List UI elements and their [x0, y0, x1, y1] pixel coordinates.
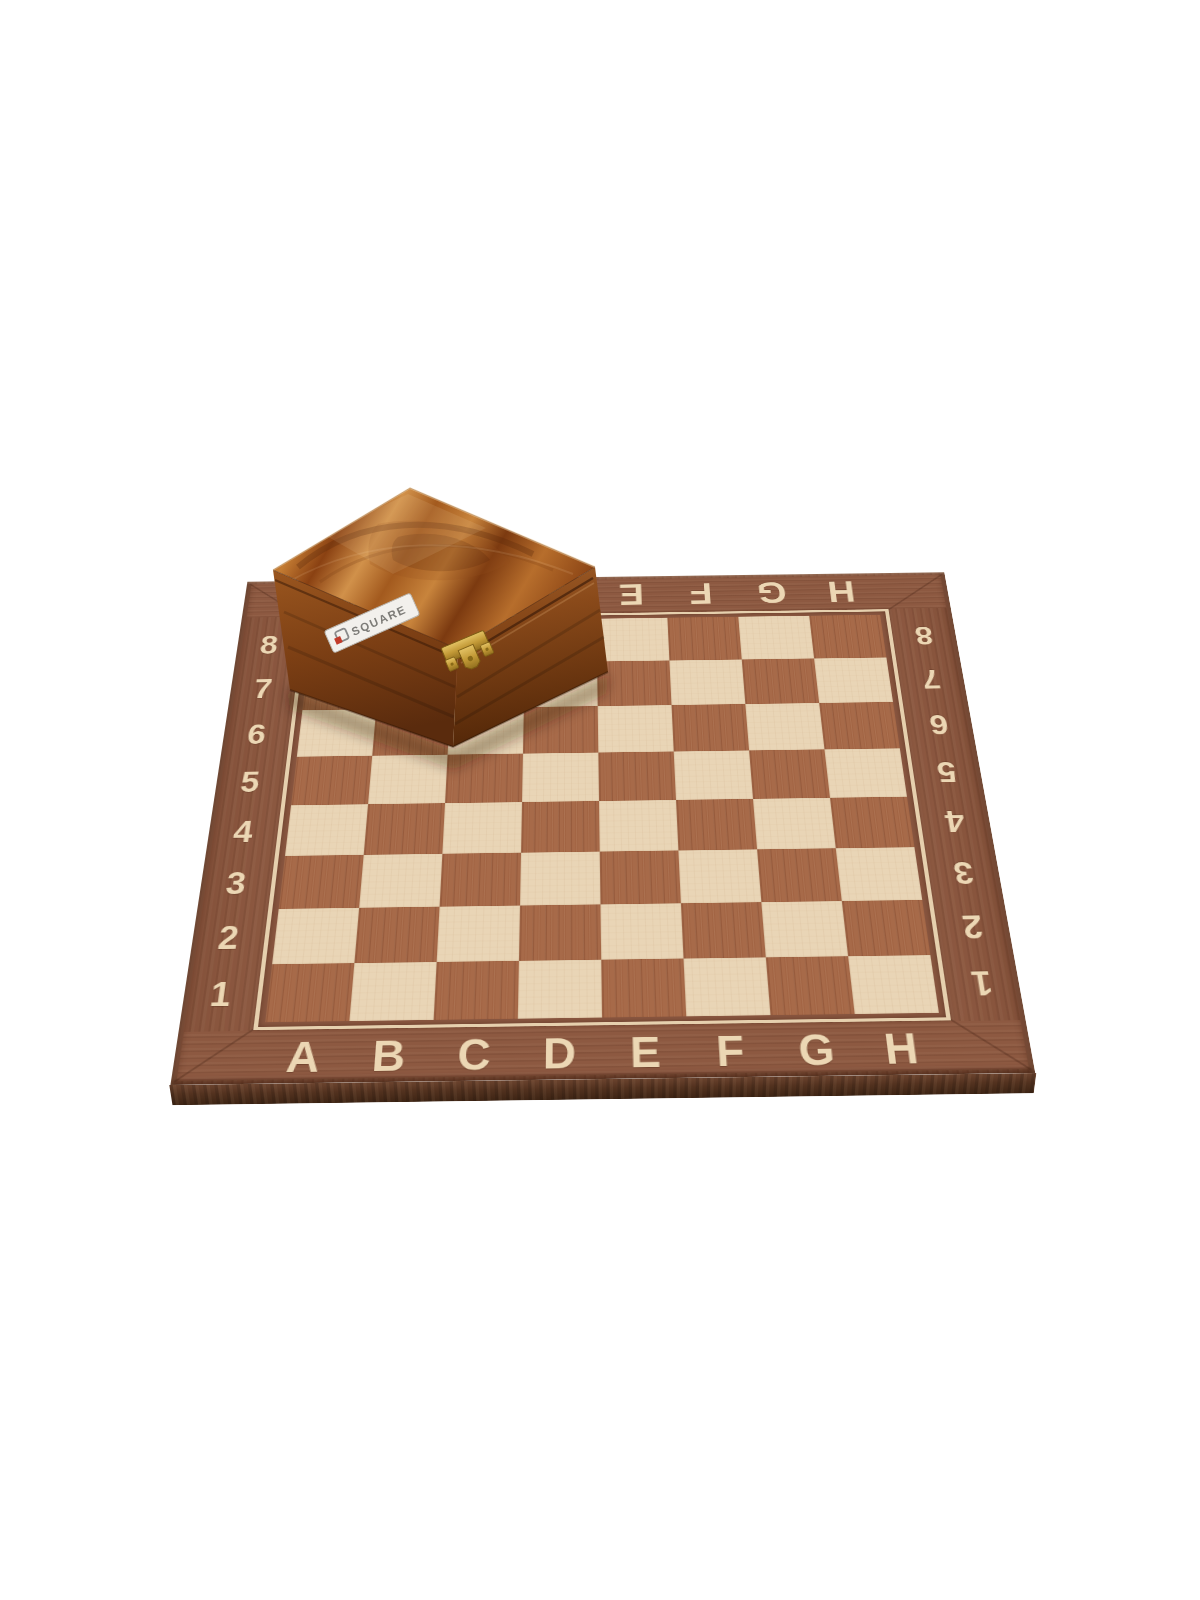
square-h1: [848, 955, 939, 1014]
rank-label-right-6: 6: [903, 701, 977, 748]
square-b4: [364, 803, 445, 855]
square-d2: [519, 904, 601, 960]
square-d1: [518, 960, 602, 1019]
square-f1: [684, 957, 771, 1016]
square-g6: [745, 703, 824, 750]
square-f5: [674, 750, 753, 799]
square-f2: [681, 902, 766, 958]
square-c1: [434, 961, 519, 1020]
file-labels-bottom: ABCDEFGH: [258, 1021, 948, 1084]
square-g4: [753, 798, 836, 850]
rank-label-right-8: 8: [889, 614, 959, 658]
square-g3: [757, 848, 842, 902]
square-g5: [749, 749, 830, 798]
square-b2: [354, 907, 439, 963]
square-f6: [672, 704, 750, 751]
square-a3: [279, 855, 364, 909]
rank-label-right-5: 5: [910, 747, 985, 796]
square-a4: [285, 804, 368, 856]
mitre-seam-bottom-right: [950, 1019, 1032, 1070]
rank-label-right-7: 7: [896, 656, 968, 701]
square-f3: [678, 849, 761, 903]
square-e1: [601, 959, 686, 1018]
wooden-pieces-box: SQUARE: [228, 462, 628, 782]
rank-labels-right: 87654321: [889, 614, 1024, 1013]
square-c2: [437, 906, 520, 962]
rank-label-left-3: 3: [197, 856, 275, 910]
rank-label-right-3: 3: [925, 846, 1004, 900]
square-h4: [830, 797, 914, 849]
square-e4: [599, 800, 678, 852]
square-c3: [440, 853, 521, 907]
rank-label-left-2: 2: [189, 909, 269, 965]
mitre-seam-bottom-left: [174, 1029, 255, 1083]
square-h2: [842, 900, 931, 956]
square-e2: [600, 903, 683, 959]
rank-label-right-1: 1: [941, 954, 1024, 1013]
file-label-bottom-b: B: [344, 1028, 433, 1083]
rank-label-right-4: 4: [917, 796, 994, 847]
square-b3: [359, 854, 442, 908]
square-f7: [669, 659, 745, 705]
file-label-bottom-f: F: [687, 1023, 776, 1078]
square-h6: [819, 702, 900, 749]
square-f8: [667, 617, 741, 661]
square-g8: [738, 616, 814, 660]
rank-label-left-1: 1: [180, 964, 262, 1023]
square-g1: [766, 956, 855, 1015]
file-label-bottom-g: G: [771, 1022, 862, 1077]
product-photo-stage: ABCDEFGH ABCDEFGH 87654321 87654321: [0, 0, 1200, 1600]
square-d4: [521, 801, 600, 853]
file-label-bottom-d: D: [517, 1025, 603, 1080]
file-label-bottom-a: A: [258, 1029, 349, 1084]
file-label-bottom-h: H: [856, 1021, 948, 1076]
square-h5: [824, 748, 907, 797]
square-f4: [676, 799, 757, 851]
square-a1: [265, 963, 354, 1022]
square-c4: [442, 802, 522, 854]
frame-band-bottom: [177, 1020, 1029, 1081]
rank-label-right-2: 2: [933, 899, 1014, 955]
square-h3: [836, 847, 922, 901]
file-label-bottom-c: C: [430, 1026, 517, 1081]
file-label-bottom-e: E: [602, 1024, 689, 1079]
rank-label-left-4: 4: [205, 805, 281, 857]
square-a2: [272, 908, 359, 964]
square-h7: [814, 657, 893, 703]
square-b1: [349, 962, 436, 1021]
square-d3: [520, 852, 600, 906]
square-g7: [742, 658, 819, 704]
square-h8: [809, 615, 886, 659]
square-g2: [761, 901, 848, 957]
square-e3: [600, 850, 681, 904]
